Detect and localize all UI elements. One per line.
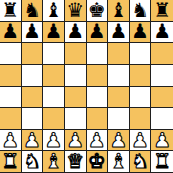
- square-b6[interactable]: [22, 43, 44, 65]
- square-c1[interactable]: ♝: [43, 151, 65, 173]
- square-c2[interactable]: ♟: [43, 130, 65, 152]
- piece-black-queen: ♛: [66, 0, 84, 20]
- piece-black-knight: ♞: [131, 0, 149, 20]
- piece-black-pawn: ♟: [1, 22, 19, 42]
- square-c6[interactable]: [43, 43, 65, 65]
- piece-black-pawn: ♟: [153, 22, 171, 42]
- square-g7[interactable]: ♟: [130, 22, 152, 44]
- square-h2[interactable]: ♟: [151, 130, 173, 152]
- square-f6[interactable]: [108, 43, 130, 65]
- piece-black-bishop: ♝: [109, 0, 127, 20]
- square-e5[interactable]: [87, 65, 109, 87]
- square-a4[interactable]: [0, 87, 22, 109]
- piece-black-pawn: ♟: [131, 22, 149, 42]
- square-h8[interactable]: ♜: [151, 0, 173, 22]
- square-c5[interactable]: [43, 65, 65, 87]
- piece-white-pawn: ♟: [153, 130, 171, 150]
- square-b3[interactable]: [22, 108, 44, 130]
- square-f3[interactable]: [108, 108, 130, 130]
- square-g2[interactable]: ♟: [130, 130, 152, 152]
- square-c4[interactable]: [43, 87, 65, 109]
- piece-white-pawn: ♟: [1, 130, 19, 150]
- square-d1[interactable]: ♛: [65, 151, 87, 173]
- piece-white-rook: ♜: [153, 151, 171, 171]
- square-c3[interactable]: [43, 108, 65, 130]
- square-d4[interactable]: [65, 87, 87, 109]
- square-b1[interactable]: ♞: [22, 151, 44, 173]
- square-h3[interactable]: [151, 108, 173, 130]
- square-e6[interactable]: [87, 43, 109, 65]
- piece-black-rook: ♜: [153, 0, 171, 20]
- square-h6[interactable]: [151, 43, 173, 65]
- piece-white-bishop: ♝: [109, 151, 127, 171]
- piece-black-king: ♚: [88, 0, 106, 20]
- square-g5[interactable]: [130, 65, 152, 87]
- square-f8[interactable]: ♝: [108, 0, 130, 22]
- piece-white-pawn: ♟: [66, 130, 84, 150]
- square-g4[interactable]: [130, 87, 152, 109]
- square-b2[interactable]: ♟: [22, 130, 44, 152]
- square-a7[interactable]: ♟: [0, 22, 22, 44]
- square-g1[interactable]: ♞: [130, 151, 152, 173]
- square-a5[interactable]: [0, 65, 22, 87]
- piece-white-pawn: ♟: [131, 130, 149, 150]
- square-a2[interactable]: ♟: [0, 130, 22, 152]
- square-h7[interactable]: ♟: [151, 22, 173, 44]
- piece-black-bishop: ♝: [45, 0, 63, 20]
- square-d8[interactable]: ♛: [65, 0, 87, 22]
- piece-black-pawn: ♟: [88, 22, 106, 42]
- square-a3[interactable]: [0, 108, 22, 130]
- square-b7[interactable]: ♟: [22, 22, 44, 44]
- piece-black-rook: ♜: [1, 0, 19, 20]
- piece-white-pawn: ♟: [88, 130, 106, 150]
- piece-black-knight: ♞: [23, 0, 41, 20]
- piece-white-pawn: ♟: [23, 130, 41, 150]
- square-a8[interactable]: ♜: [0, 0, 22, 22]
- square-b5[interactable]: [22, 65, 44, 87]
- square-d2[interactable]: ♟: [65, 130, 87, 152]
- square-f4[interactable]: [108, 87, 130, 109]
- square-a6[interactable]: [0, 43, 22, 65]
- piece-black-pawn: ♟: [45, 22, 63, 42]
- chess-board-container: ♜♞♝♛♚♝♞♜♟♟♟♟♟♟♟♟♟♟♟♟♟♟♟♟♜♞♝♛♚♝♞♜: [0, 0, 173, 173]
- square-e2[interactable]: ♟: [87, 130, 109, 152]
- square-e1[interactable]: ♚: [87, 151, 109, 173]
- piece-black-pawn: ♟: [23, 22, 41, 42]
- square-f1[interactable]: ♝: [108, 151, 130, 173]
- square-e7[interactable]: ♟: [87, 22, 109, 44]
- square-h4[interactable]: [151, 87, 173, 109]
- square-f2[interactable]: ♟: [108, 130, 130, 152]
- square-f5[interactable]: [108, 65, 130, 87]
- square-b4[interactable]: [22, 87, 44, 109]
- square-f7[interactable]: ♟: [108, 22, 130, 44]
- square-d6[interactable]: [65, 43, 87, 65]
- square-e3[interactable]: [87, 108, 109, 130]
- square-h1[interactable]: ♜: [151, 151, 173, 173]
- piece-white-pawn: ♟: [45, 130, 63, 150]
- square-b8[interactable]: ♞: [22, 0, 44, 22]
- piece-white-bishop: ♝: [45, 151, 63, 171]
- square-e4[interactable]: [87, 87, 109, 109]
- piece-white-knight: ♞: [131, 151, 149, 171]
- square-g3[interactable]: [130, 108, 152, 130]
- square-c7[interactable]: ♟: [43, 22, 65, 44]
- piece-white-rook: ♜: [1, 151, 19, 171]
- square-d7[interactable]: ♟: [65, 22, 87, 44]
- square-e8[interactable]: ♚: [87, 0, 109, 22]
- square-g8[interactable]: ♞: [130, 0, 152, 22]
- piece-white-king: ♚: [88, 151, 106, 171]
- square-c8[interactable]: ♝: [43, 0, 65, 22]
- piece-white-pawn: ♟: [109, 130, 127, 150]
- square-d5[interactable]: [65, 65, 87, 87]
- square-h5[interactable]: [151, 65, 173, 87]
- square-d3[interactable]: [65, 108, 87, 130]
- square-g6[interactable]: [130, 43, 152, 65]
- piece-white-queen: ♛: [66, 151, 84, 171]
- piece-black-pawn: ♟: [66, 22, 84, 42]
- square-a1[interactable]: ♜: [0, 151, 22, 173]
- piece-black-pawn: ♟: [109, 22, 127, 42]
- piece-white-knight: ♞: [23, 151, 41, 171]
- chess-board: ♜♞♝♛♚♝♞♜♟♟♟♟♟♟♟♟♟♟♟♟♟♟♟♟♜♞♝♛♚♝♞♜: [0, 0, 173, 173]
